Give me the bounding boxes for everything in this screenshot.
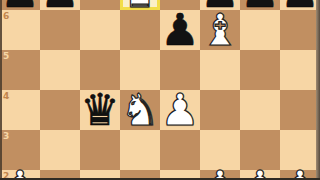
square-e3[interactable] bbox=[160, 130, 200, 170]
square-h4[interactable] bbox=[280, 90, 320, 130]
square-d3[interactable] bbox=[120, 130, 160, 170]
piece-black-pawn-h7[interactable]: ♟ bbox=[280, 0, 320, 12]
screen-edge-right bbox=[316, 0, 320, 180]
piece-white-pawn-e4[interactable]: ♟ bbox=[160, 90, 200, 130]
screen-edge-bottom bbox=[0, 178, 320, 180]
piece-black-pawn-e6[interactable]: ♟ bbox=[160, 10, 200, 50]
piece-black-pawn-b7[interactable]: ♟ bbox=[40, 0, 80, 12]
rank-label-5: 5 bbox=[3, 52, 9, 61]
square-b5[interactable] bbox=[40, 50, 80, 90]
rank-label-4: 4 bbox=[3, 92, 9, 101]
square-g5[interactable] bbox=[240, 50, 280, 90]
square-c3[interactable] bbox=[80, 130, 120, 170]
piece-white-knight-d4[interactable]: ♞ bbox=[120, 90, 160, 130]
rank-label-3: 3 bbox=[3, 132, 9, 141]
piece-black-pawn-g7[interactable]: ♟ bbox=[240, 0, 280, 12]
chess-board: 65432♟♟♛♟♟♟♟♝♛♞♟♟♟♟♟ bbox=[0, 0, 320, 180]
piece-black-queen-c4[interactable]: ♛ bbox=[80, 90, 120, 130]
square-b4[interactable] bbox=[40, 90, 80, 130]
square-g4[interactable] bbox=[240, 90, 280, 130]
piece-black-pawn-a7[interactable]: ♟ bbox=[0, 0, 40, 12]
screen-edge-left bbox=[0, 0, 2, 180]
piece-white-queen-d7[interactable]: ♛ bbox=[120, 0, 160, 12]
screenshot-stage: 65432♟♟♛♟♟♟♟♝♛♞♟♟♟♟♟ bbox=[0, 0, 320, 180]
square-f5[interactable] bbox=[200, 50, 240, 90]
square-c7[interactable] bbox=[80, 0, 120, 10]
piece-white-bishop-f6[interactable]: ♝ bbox=[200, 10, 240, 50]
square-b3[interactable] bbox=[40, 130, 80, 170]
square-h5[interactable] bbox=[280, 50, 320, 90]
square-f4[interactable] bbox=[200, 90, 240, 130]
square-c6[interactable] bbox=[80, 10, 120, 50]
